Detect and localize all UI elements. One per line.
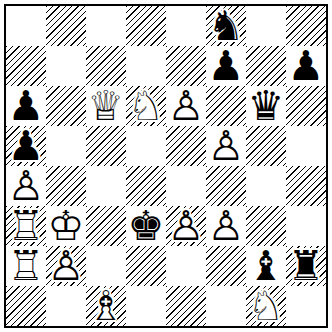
white-rook-halo: ♜: [6, 206, 46, 246]
square-a3[interactable]: ♜♖: [6, 206, 46, 246]
square-c2[interactable]: [86, 246, 126, 286]
square-a6[interactable]: ♟♟: [6, 86, 46, 126]
square-d6[interactable]: ♞♘: [126, 86, 166, 126]
square-g4[interactable]: [246, 166, 286, 206]
square-f6[interactable]: [206, 86, 246, 126]
piece-black-rook: ♜: [286, 246, 326, 286]
square-e3[interactable]: ♟♙: [166, 206, 206, 246]
square-e4[interactable]: [166, 166, 206, 206]
square-a8[interactable]: [6, 6, 46, 46]
square-b6[interactable]: [46, 86, 86, 126]
square-e5[interactable]: [166, 126, 206, 166]
black-queen-halo: ♛: [246, 86, 286, 126]
board-frame: ♞♞♟♟♟♟♟♟♛♕♞♘♟♙♛♛♟♟♟♙♟♙♜♖♚♔♚♚♟♙♟♙♜♖♟♙♝♝♜♜…: [4, 4, 328, 328]
piece-black-bishop: ♝: [246, 246, 286, 286]
piece-white-rook: ♖: [6, 206, 46, 246]
square-b8[interactable]: [46, 6, 86, 46]
white-pawn-halo: ♟: [6, 166, 46, 206]
piece-white-pawn: ♙: [206, 206, 246, 246]
piece-black-king: ♚: [126, 206, 166, 246]
square-f7[interactable]: ♟♟: [206, 46, 246, 86]
square-c8[interactable]: [86, 6, 126, 46]
square-b1[interactable]: [46, 286, 86, 326]
square-d2[interactable]: [126, 246, 166, 286]
black-pawn-halo: ♟: [6, 126, 46, 166]
piece-black-knight: ♞: [206, 6, 246, 46]
square-b2[interactable]: ♟♙: [46, 246, 86, 286]
white-bishop-halo: ♝: [86, 286, 126, 326]
square-g2[interactable]: ♝♝: [246, 246, 286, 286]
square-d3[interactable]: ♚♚: [126, 206, 166, 246]
piece-white-pawn: ♙: [206, 126, 246, 166]
piece-white-queen: ♕: [86, 86, 126, 126]
white-queen-halo: ♛: [86, 86, 126, 126]
square-h4[interactable]: [286, 166, 326, 206]
square-f1[interactable]: [206, 286, 246, 326]
square-g1[interactable]: ♞♘: [246, 286, 286, 326]
square-a4[interactable]: ♟♙: [6, 166, 46, 206]
piece-white-pawn: ♙: [166, 206, 206, 246]
black-rook-halo: ♜: [286, 246, 326, 286]
square-c1[interactable]: ♝♗: [86, 286, 126, 326]
square-h5[interactable]: [286, 126, 326, 166]
white-pawn-halo: ♟: [206, 206, 246, 246]
piece-white-pawn: ♙: [6, 166, 46, 206]
square-d7[interactable]: [126, 46, 166, 86]
white-rook-halo: ♜: [6, 246, 46, 286]
square-a1[interactable]: [6, 286, 46, 326]
black-king-halo: ♚: [126, 206, 166, 246]
square-h7[interactable]: ♟♟: [286, 46, 326, 86]
square-g7[interactable]: [246, 46, 286, 86]
white-king-halo: ♚: [46, 206, 86, 246]
square-e8[interactable]: [166, 6, 206, 46]
piece-white-knight: ♘: [126, 86, 166, 126]
white-pawn-halo: ♟: [166, 86, 206, 126]
square-a7[interactable]: [6, 46, 46, 86]
square-f3[interactable]: ♟♙: [206, 206, 246, 246]
piece-white-pawn: ♙: [46, 246, 86, 286]
white-knight-halo: ♞: [246, 286, 286, 326]
square-b4[interactable]: [46, 166, 86, 206]
black-knight-halo: ♞: [206, 6, 246, 46]
piece-white-pawn: ♙: [166, 86, 206, 126]
piece-white-rook: ♖: [6, 246, 46, 286]
square-h3[interactable]: [286, 206, 326, 246]
square-f4[interactable]: [206, 166, 246, 206]
white-knight-halo: ♞: [126, 86, 166, 126]
square-c5[interactable]: [86, 126, 126, 166]
square-d5[interactable]: [126, 126, 166, 166]
piece-black-pawn: ♟: [6, 86, 46, 126]
black-pawn-halo: ♟: [286, 46, 326, 86]
square-c7[interactable]: [86, 46, 126, 86]
square-b7[interactable]: [46, 46, 86, 86]
square-g8[interactable]: [246, 6, 286, 46]
square-h2[interactable]: ♜♜: [286, 246, 326, 286]
square-g6[interactable]: ♛♛: [246, 86, 286, 126]
chess-diagram: ♞♞♟♟♟♟♟♟♛♕♞♘♟♙♛♛♟♟♟♙♟♙♜♖♚♔♚♚♟♙♟♙♜♖♟♙♝♝♜♜…: [0, 0, 332, 332]
white-pawn-halo: ♟: [206, 126, 246, 166]
square-h6[interactable]: [286, 86, 326, 126]
square-a2[interactable]: ♜♖: [6, 246, 46, 286]
black-bishop-halo: ♝: [246, 246, 286, 286]
white-pawn-halo: ♟: [166, 206, 206, 246]
square-f8[interactable]: ♞♞: [206, 6, 246, 46]
piece-black-queen: ♛: [246, 86, 286, 126]
square-f5[interactable]: ♟♙: [206, 126, 246, 166]
square-d1[interactable]: [126, 286, 166, 326]
square-e6[interactable]: ♟♙: [166, 86, 206, 126]
square-h8[interactable]: [286, 6, 326, 46]
square-d8[interactable]: [126, 6, 166, 46]
black-pawn-halo: ♟: [206, 46, 246, 86]
square-c3[interactable]: [86, 206, 126, 246]
square-d4[interactable]: [126, 166, 166, 206]
square-c6[interactable]: ♛♕: [86, 86, 126, 126]
piece-black-pawn: ♟: [6, 126, 46, 166]
piece-black-pawn: ♟: [206, 46, 246, 86]
square-e1[interactable]: [166, 286, 206, 326]
square-b5[interactable]: [46, 126, 86, 166]
square-a5[interactable]: ♟♟: [6, 126, 46, 166]
chess-board: ♞♞♟♟♟♟♟♟♛♕♞♘♟♙♛♛♟♟♟♙♟♙♜♖♚♔♚♚♟♙♟♙♜♖♟♙♝♝♜♜…: [6, 6, 326, 326]
square-g3[interactable]: [246, 206, 286, 246]
square-h1[interactable]: [286, 286, 326, 326]
piece-white-king: ♔: [46, 206, 86, 246]
piece-black-pawn: ♟: [286, 46, 326, 86]
piece-white-knight: ♘: [246, 286, 286, 326]
square-e7[interactable]: [166, 46, 206, 86]
square-f2[interactable]: [206, 246, 246, 286]
white-pawn-halo: ♟: [46, 246, 86, 286]
square-c4[interactable]: [86, 166, 126, 206]
piece-white-bishop: ♗: [86, 286, 126, 326]
square-g5[interactable]: [246, 126, 286, 166]
square-e2[interactable]: [166, 246, 206, 286]
square-b3[interactable]: ♚♔: [46, 206, 86, 246]
black-pawn-halo: ♟: [6, 86, 46, 126]
